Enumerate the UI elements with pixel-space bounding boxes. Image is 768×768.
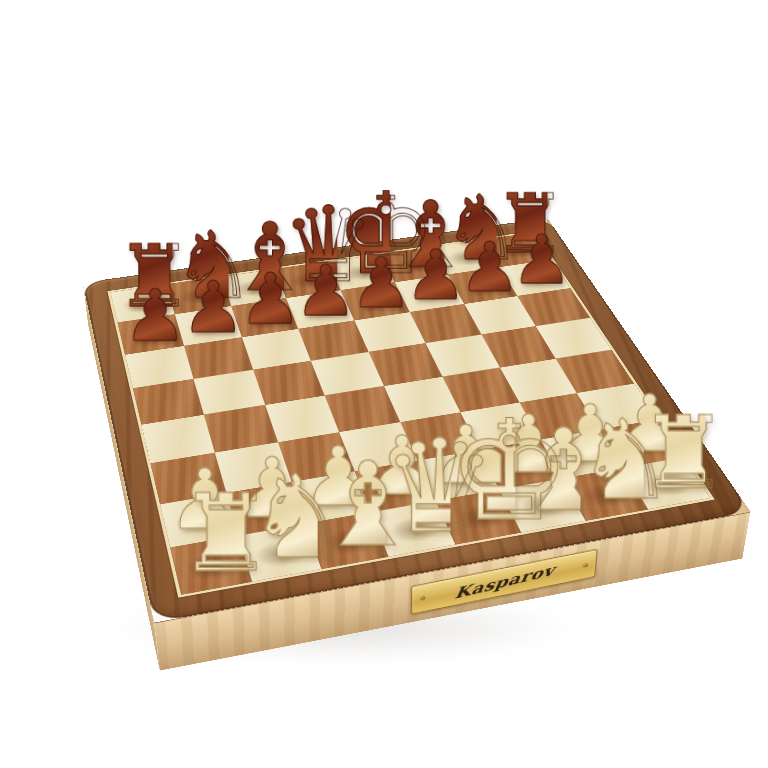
chess-set-photo: ♜♞♝♛♚♝♞♜♟♟♟♟♟♟♟♟♟♟♟♟♟♟♟♟♜♞♝♛♚♝♞♜ Kasparo… (0, 0, 768, 768)
square-a6[interactable] (125, 346, 193, 389)
square-c5[interactable] (253, 361, 325, 405)
piece-black-pawn-c7[interactable]: ♟ (238, 263, 296, 333)
piece-black-pawn-a7[interactable]: ♟ (123, 279, 181, 350)
square-d6[interactable] (298, 320, 368, 361)
brand-name: Kasparov (453, 561, 556, 602)
square-a1[interactable]: ♜ (170, 536, 251, 595)
square-a7[interactable]: ♟ (118, 314, 184, 354)
piece-black-pawn-f7[interactable]: ♟ (405, 240, 461, 309)
square-b5[interactable] (193, 370, 264, 415)
folding-chess-case: ♜♞♝♛♚♝♞♜♟♟♟♟♟♟♟♟♟♟♟♟♟♟♟♟♜♞♝♛♚♝♞♜ Kasparo… (83, 218, 751, 623)
piece-black-pawn-d7[interactable]: ♟ (295, 256, 352, 326)
piece-black-pawn-b7[interactable]: ♟ (181, 271, 239, 342)
screw-icon (582, 563, 588, 568)
square-a5[interactable] (133, 379, 204, 424)
piece-black-pawn-g7[interactable]: ♟ (459, 233, 515, 301)
piece-black-pawn-e7[interactable]: ♟ (350, 248, 407, 317)
screw-icon (420, 596, 426, 601)
piece-white-rook-a1[interactable]: ♜ (178, 481, 249, 588)
piece-black-pawn-h7[interactable]: ♟ (512, 225, 567, 293)
square-h5[interactable] (536, 318, 611, 359)
